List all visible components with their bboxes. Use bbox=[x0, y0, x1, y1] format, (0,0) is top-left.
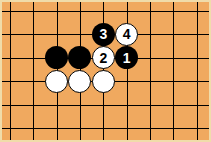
white-stone bbox=[68, 70, 91, 93]
black-stone-move-1: 1 bbox=[115, 46, 138, 69]
grid-hline bbox=[2, 11, 209, 12]
black-stone-move-3: 3 bbox=[92, 23, 115, 46]
grid-hline bbox=[2, 105, 209, 106]
white-stone-move-4: 4 bbox=[115, 23, 138, 46]
grid-vline bbox=[173, 2, 174, 140]
grid-vline bbox=[33, 2, 34, 140]
go-board: 3421 bbox=[0, 0, 211, 142]
white-stone bbox=[92, 70, 115, 93]
black-stone bbox=[68, 46, 91, 69]
grid-vline bbox=[197, 2, 198, 140]
grid-vline bbox=[10, 2, 11, 140]
grid-hline bbox=[2, 128, 209, 129]
black-stone bbox=[45, 46, 68, 69]
grid-vline bbox=[150, 2, 151, 140]
white-stone bbox=[45, 70, 68, 93]
white-stone-move-2: 2 bbox=[92, 46, 115, 69]
